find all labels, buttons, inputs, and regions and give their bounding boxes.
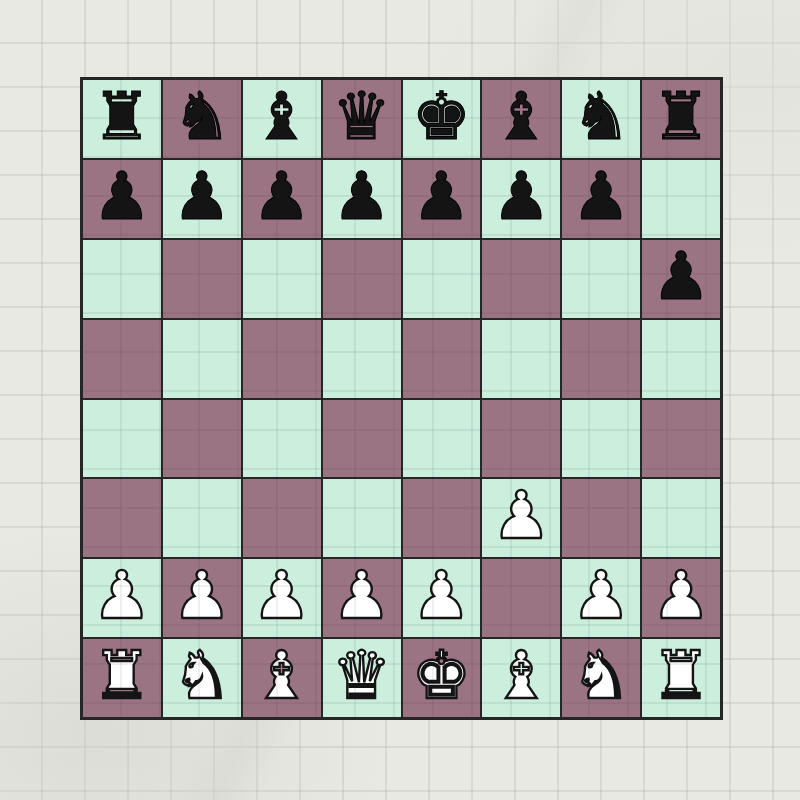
page-background: { "game": "chess", "position": "rnbqkbnr… (0, 0, 800, 800)
piece-white-pawn[interactable]: ♟ (492, 483, 551, 549)
piece-white-bishop[interactable]: ♝ (492, 643, 551, 709)
square-f5[interactable] (482, 320, 560, 398)
square-a3[interactable] (83, 479, 161, 557)
square-e2[interactable]: ♟ (403, 559, 481, 637)
piece-white-pawn[interactable]: ♟ (651, 563, 710, 629)
square-b6[interactable] (163, 240, 241, 318)
square-a2[interactable]: ♟ (83, 559, 161, 637)
square-c4[interactable] (243, 400, 321, 478)
piece-white-knight[interactable]: ♞ (172, 643, 231, 709)
piece-white-pawn[interactable]: ♟ (252, 563, 311, 629)
piece-black-knight[interactable]: ♞ (572, 84, 631, 150)
square-f7[interactable]: ♟ (482, 160, 560, 238)
piece-black-pawn[interactable]: ♟ (412, 164, 471, 230)
square-g4[interactable] (562, 400, 640, 478)
square-b4[interactable] (163, 400, 241, 478)
square-d8[interactable]: ♛ (323, 80, 401, 158)
square-a6[interactable] (83, 240, 161, 318)
square-f2[interactable] (482, 559, 560, 637)
piece-black-rook[interactable]: ♜ (651, 84, 710, 150)
piece-white-pawn[interactable]: ♟ (572, 563, 631, 629)
square-c8[interactable]: ♝ (243, 80, 321, 158)
piece-black-pawn[interactable]: ♟ (572, 164, 631, 230)
square-f8[interactable]: ♝ (482, 80, 560, 158)
piece-white-pawn[interactable]: ♟ (172, 563, 231, 629)
piece-black-rook[interactable]: ♜ (92, 84, 151, 150)
piece-white-pawn[interactable]: ♟ (92, 563, 151, 629)
piece-white-rook[interactable]: ♜ (651, 643, 710, 709)
square-d5[interactable] (323, 320, 401, 398)
square-h6[interactable]: ♟ (642, 240, 720, 318)
square-c7[interactable]: ♟ (243, 160, 321, 238)
square-d2[interactable]: ♟ (323, 559, 401, 637)
square-e3[interactable] (403, 479, 481, 557)
square-d3[interactable] (323, 479, 401, 557)
piece-white-rook[interactable]: ♜ (92, 643, 151, 709)
square-h5[interactable] (642, 320, 720, 398)
square-h2[interactable]: ♟ (642, 559, 720, 637)
square-d6[interactable] (323, 240, 401, 318)
square-c1[interactable]: ♝ (243, 639, 321, 717)
square-e8[interactable]: ♚ (403, 80, 481, 158)
piece-black-pawn[interactable]: ♟ (92, 164, 151, 230)
square-b7[interactable]: ♟ (163, 160, 241, 238)
square-b2[interactable]: ♟ (163, 559, 241, 637)
square-d4[interactable] (323, 400, 401, 478)
piece-white-pawn[interactable]: ♟ (412, 563, 471, 629)
square-c2[interactable]: ♟ (243, 559, 321, 637)
square-h3[interactable] (642, 479, 720, 557)
piece-black-bishop[interactable]: ♝ (252, 84, 311, 150)
piece-black-pawn[interactable]: ♟ (492, 164, 551, 230)
square-g1[interactable]: ♞ (562, 639, 640, 717)
piece-black-bishop[interactable]: ♝ (492, 84, 551, 150)
square-f4[interactable] (482, 400, 560, 478)
square-h7[interactable] (642, 160, 720, 238)
square-h1[interactable]: ♜ (642, 639, 720, 717)
square-g8[interactable]: ♞ (562, 80, 640, 158)
chess-board[interactable]: ♜♞♝♛♚♝♞♜♟♟♟♟♟♟♟♟♟♟♟♟♟♟♟♟♜♞♝♛♚♝♞♜ (80, 77, 723, 720)
piece-black-pawn[interactable]: ♟ (332, 164, 391, 230)
piece-black-king[interactable]: ♚ (412, 84, 471, 150)
piece-white-queen[interactable]: ♛ (332, 643, 391, 709)
square-f1[interactable]: ♝ (482, 639, 560, 717)
square-e6[interactable] (403, 240, 481, 318)
square-b5[interactable] (163, 320, 241, 398)
square-d1[interactable]: ♛ (323, 639, 401, 717)
square-c5[interactable] (243, 320, 321, 398)
square-c6[interactable] (243, 240, 321, 318)
square-f6[interactable] (482, 240, 560, 318)
piece-black-knight[interactable]: ♞ (172, 84, 231, 150)
square-a4[interactable] (83, 400, 161, 478)
piece-white-bishop[interactable]: ♝ (252, 643, 311, 709)
piece-white-king[interactable]: ♚ (412, 643, 471, 709)
square-a8[interactable]: ♜ (83, 80, 161, 158)
piece-black-pawn[interactable]: ♟ (172, 164, 231, 230)
square-g5[interactable] (562, 320, 640, 398)
square-g6[interactable] (562, 240, 640, 318)
square-h8[interactable]: ♜ (642, 80, 720, 158)
square-b3[interactable] (163, 479, 241, 557)
square-a5[interactable] (83, 320, 161, 398)
square-g7[interactable]: ♟ (562, 160, 640, 238)
piece-black-pawn[interactable]: ♟ (252, 164, 311, 230)
square-c3[interactable] (243, 479, 321, 557)
square-d7[interactable]: ♟ (323, 160, 401, 238)
square-e5[interactable] (403, 320, 481, 398)
square-e7[interactable]: ♟ (403, 160, 481, 238)
piece-white-knight[interactable]: ♞ (572, 643, 631, 709)
square-a1[interactable]: ♜ (83, 639, 161, 717)
square-g3[interactable] (562, 479, 640, 557)
square-g2[interactable]: ♟ (562, 559, 640, 637)
piece-black-pawn[interactable]: ♟ (651, 244, 710, 310)
square-f3[interactable]: ♟ (482, 479, 560, 557)
square-a7[interactable]: ♟ (83, 160, 161, 238)
square-b8[interactable]: ♞ (163, 80, 241, 158)
square-e1[interactable]: ♚ (403, 639, 481, 717)
square-e4[interactable] (403, 400, 481, 478)
piece-white-pawn[interactable]: ♟ (332, 563, 391, 629)
piece-black-queen[interactable]: ♛ (332, 84, 391, 150)
square-h4[interactable] (642, 400, 720, 478)
square-b1[interactable]: ♞ (163, 639, 241, 717)
